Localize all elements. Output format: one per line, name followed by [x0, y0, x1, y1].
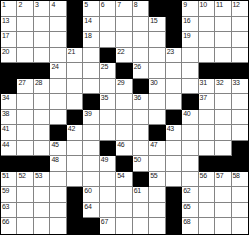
- cell-r4c15[interactable]: [232, 48, 248, 64]
- cell-r1c12[interactable]: 9: [182, 1, 198, 17]
- cell-r2c13[interactable]: [199, 17, 215, 33]
- clue-number: 19: [183, 32, 190, 39]
- cell-r8c6[interactable]: 39: [83, 110, 99, 126]
- cell-r4c6[interactable]: [83, 48, 99, 64]
- cell-r4c11[interactable]: 23: [166, 48, 182, 64]
- cell-r6c13[interactable]: 31: [199, 79, 215, 95]
- clue-number: 64: [84, 203, 91, 210]
- clue-number: 49: [101, 156, 108, 163]
- cell-r9c15[interactable]: [232, 125, 248, 141]
- black-cell-r15c11: [166, 218, 182, 234]
- clue-number: 54: [117, 172, 124, 179]
- cell-r5c4[interactable]: 24: [50, 63, 66, 79]
- cell-r3c10[interactable]: [149, 32, 165, 48]
- black-cell-r6c1: [1, 79, 17, 95]
- cell-r10c5[interactable]: [67, 141, 83, 157]
- clue-number: 18: [84, 32, 91, 39]
- cell-r3c13[interactable]: [199, 32, 215, 48]
- cell-r8c8[interactable]: [116, 110, 132, 126]
- cell-r10c9[interactable]: [133, 141, 149, 157]
- cell-r6c14[interactable]: 32: [215, 79, 231, 95]
- clue-number: 1: [2, 1, 6, 8]
- cell-r10c8[interactable]: 46: [116, 141, 132, 157]
- cell-r2c6[interactable]: 14: [83, 17, 99, 33]
- cell-r9c8[interactable]: [116, 125, 132, 141]
- cell-r4c10[interactable]: [149, 48, 165, 64]
- black-cell-r5c3: [34, 63, 50, 79]
- cell-r4c5[interactable]: 21: [67, 48, 83, 64]
- cell-r13c12[interactable]: 62: [182, 187, 198, 203]
- cell-r8c12[interactable]: 40: [182, 110, 198, 126]
- cell-r2c9[interactable]: [133, 17, 149, 33]
- clue-number: 57: [216, 172, 223, 179]
- cell-r11c11[interactable]: [166, 156, 182, 172]
- cell-r12c10[interactable]: 55: [149, 172, 165, 188]
- black-cell-r15c6: [83, 218, 99, 234]
- cell-r9c6[interactable]: [83, 125, 99, 141]
- cell-r13c10[interactable]: [149, 187, 165, 203]
- cell-r12c6[interactable]: [83, 172, 99, 188]
- cell-r7c13[interactable]: 37: [199, 94, 215, 110]
- clue-number: 3: [35, 1, 39, 8]
- cell-r9c14[interactable]: [215, 125, 231, 141]
- cell-r10c14[interactable]: [215, 141, 231, 157]
- cell-r1c6[interactable]: 5: [83, 1, 99, 17]
- clue-number: 53: [35, 172, 42, 179]
- cell-r9c1[interactable]: 41: [1, 125, 17, 141]
- cell-r4c1[interactable]: 20: [1, 48, 17, 64]
- cell-r6c15[interactable]: 33: [232, 79, 248, 95]
- cell-r2c4[interactable]: [50, 17, 66, 33]
- cell-r7c15[interactable]: [232, 94, 248, 110]
- cell-r3c1[interactable]: 17: [1, 32, 17, 48]
- cell-r4c14[interactable]: [215, 48, 231, 64]
- cell-r7c14[interactable]: [215, 94, 231, 110]
- cell-r3c9[interactable]: [133, 32, 149, 48]
- cell-r13c13[interactable]: [199, 187, 215, 203]
- cell-r4c3[interactable]: [34, 48, 50, 64]
- cell-r4c4[interactable]: [50, 48, 66, 64]
- cell-r3c15[interactable]: [232, 32, 248, 48]
- clue-number: 14: [84, 17, 91, 24]
- clue-number: 68: [183, 218, 190, 225]
- cell-r8c14[interactable]: [215, 110, 231, 126]
- black-cell-r5c15: [232, 63, 248, 79]
- cell-r7c3[interactable]: [34, 94, 50, 110]
- cell-r12c15[interactable]: 58: [232, 172, 248, 188]
- cell-r10c1[interactable]: 44: [1, 141, 17, 157]
- clue-number: 40: [183, 110, 190, 117]
- cell-r13c9[interactable]: 61: [133, 187, 149, 203]
- cell-r13c3[interactable]: [34, 187, 50, 203]
- cell-r3c3[interactable]: [34, 32, 50, 48]
- black-cell-r11c1: [1, 156, 17, 172]
- clue-number: 58: [233, 172, 240, 179]
- cell-r15c12[interactable]: 68: [182, 218, 198, 234]
- cell-r14c3[interactable]: [34, 203, 50, 219]
- black-cell-r8c5: [67, 110, 83, 126]
- cell-r9c7[interactable]: [100, 125, 116, 141]
- clue-number: 13: [2, 17, 9, 24]
- cell-r1c1[interactable]: 1: [1, 1, 17, 17]
- clue-number: 63: [2, 203, 9, 210]
- cell-r3c4[interactable]: [50, 32, 66, 48]
- clue-number: 56: [200, 172, 207, 179]
- clue-number: 61: [134, 187, 141, 194]
- clue-number: 47: [150, 141, 157, 148]
- cell-r11c12[interactable]: [182, 156, 198, 172]
- cell-r1c3[interactable]: 3: [34, 1, 50, 17]
- cell-r3c2[interactable]: [17, 32, 33, 48]
- cell-r15c1[interactable]: 66: [1, 218, 17, 234]
- clue-number: 20: [2, 48, 9, 55]
- cell-r13c8[interactable]: [116, 187, 132, 203]
- clue-number: 60: [84, 187, 91, 194]
- cell-r1c15[interactable]: 12: [232, 1, 248, 17]
- cell-r7c8[interactable]: [116, 94, 132, 110]
- cell-r14c8[interactable]: [116, 203, 132, 219]
- cell-r2c7[interactable]: [100, 17, 116, 33]
- black-cell-r3c5: [67, 32, 83, 48]
- cell-r8c7[interactable]: [100, 110, 116, 126]
- cell-r15c13[interactable]: [199, 218, 215, 234]
- cell-r7c2[interactable]: [17, 94, 33, 110]
- cell-r2c14[interactable]: [215, 17, 231, 33]
- clue-number: 65: [183, 203, 190, 210]
- clue-number: 32: [216, 79, 223, 86]
- clue-number: 48: [51, 156, 58, 163]
- cell-r7c7[interactable]: 35: [100, 94, 116, 110]
- black-cell-r5c1: [1, 63, 17, 79]
- clue-number: 8: [134, 1, 138, 8]
- black-cell-r13c5: [67, 187, 83, 203]
- cell-r7c9[interactable]: 36: [133, 94, 149, 110]
- cell-r5c12[interactable]: [182, 63, 198, 79]
- clue-number: 34: [2, 94, 9, 101]
- clue-number: 38: [2, 110, 9, 117]
- cell-r10c11[interactable]: [166, 141, 182, 157]
- cell-r10c10[interactable]: 47: [149, 141, 165, 157]
- cell-r7c10[interactable]: [149, 94, 165, 110]
- cell-r14c15[interactable]: [232, 203, 248, 219]
- cell-r2c1[interactable]: 13: [1, 17, 17, 33]
- cell-r11c7[interactable]: 49: [100, 156, 116, 172]
- clue-number: 37: [200, 94, 207, 101]
- cell-r5c6[interactable]: [83, 63, 99, 79]
- crossword-grid: 1234567891011121314151617181920212223242…: [0, 0, 249, 235]
- clue-number: 7: [117, 1, 121, 8]
- cell-r8c2[interactable]: [17, 110, 33, 126]
- clue-number: 43: [167, 125, 174, 132]
- black-cell-r6c9: [133, 79, 149, 95]
- black-cell-r14c11: [166, 203, 182, 219]
- black-cell-r8c11: [166, 110, 182, 126]
- clue-number: 2: [18, 1, 22, 8]
- black-cell-r11c2: [17, 156, 33, 172]
- cell-r14c6[interactable]: 64: [83, 203, 99, 219]
- cell-r6c11[interactable]: [166, 79, 182, 95]
- clue-number: 16: [183, 17, 190, 24]
- cell-r8c4[interactable]: [50, 110, 66, 126]
- cell-r12c4[interactable]: [50, 172, 66, 188]
- cell-r4c12[interactable]: [182, 48, 198, 64]
- cell-r12c12[interactable]: [182, 172, 198, 188]
- clue-number: 11: [216, 1, 223, 8]
- black-cell-r15c5: [67, 218, 83, 234]
- cell-r12c5[interactable]: [67, 172, 83, 188]
- cell-r7c1[interactable]: 34: [1, 94, 17, 110]
- cell-r12c1[interactable]: 51: [1, 172, 17, 188]
- cell-r9c5[interactable]: 42: [67, 125, 83, 141]
- cell-r7c11[interactable]: [166, 94, 182, 110]
- black-cell-r3c11: [166, 32, 182, 48]
- cell-r15c9[interactable]: [133, 218, 149, 234]
- black-cell-r1c5: [67, 1, 83, 17]
- cell-r12c8[interactable]: 54: [116, 172, 132, 188]
- cell-r6c3[interactable]: 28: [34, 79, 50, 95]
- clue-number: 23: [167, 48, 174, 55]
- cell-r11c10[interactable]: [149, 156, 165, 172]
- clue-number: 28: [35, 79, 42, 86]
- cell-r10c6[interactable]: [83, 141, 99, 157]
- cell-r3c12[interactable]: 19: [182, 32, 198, 48]
- clue-number: 25: [101, 63, 108, 70]
- cell-r15c2[interactable]: [17, 218, 33, 234]
- cell-r6c8[interactable]: 29: [116, 79, 132, 95]
- cell-r15c10[interactable]: [149, 218, 165, 234]
- black-cell-r10c15: [232, 141, 248, 157]
- cell-r6c2[interactable]: 27: [17, 79, 33, 95]
- cell-r11c4[interactable]: 48: [50, 156, 66, 172]
- cell-r2c15[interactable]: [232, 17, 248, 33]
- clue-number: 52: [18, 172, 25, 179]
- clue-number: 10: [200, 1, 207, 8]
- clue-number: 45: [51, 141, 58, 148]
- cell-r1c2[interactable]: 2: [17, 1, 33, 17]
- cell-r12c13[interactable]: 56: [199, 172, 215, 188]
- clue-number: 51: [2, 172, 9, 179]
- cell-r11c6[interactable]: [83, 156, 99, 172]
- clue-number: 30: [150, 79, 157, 86]
- cell-r13c2[interactable]: [17, 187, 33, 203]
- black-cell-r11c14: [215, 156, 231, 172]
- cell-r1c4[interactable]: 4: [50, 1, 66, 17]
- cell-r2c3[interactable]: [34, 17, 50, 33]
- cell-r12c7[interactable]: [100, 172, 116, 188]
- cell-r10c4[interactable]: 45: [50, 141, 66, 157]
- cell-r8c15[interactable]: [232, 110, 248, 126]
- black-cell-r10c7: [100, 141, 116, 157]
- black-cell-r1c10: [149, 1, 165, 17]
- black-cell-r12c9: [133, 172, 149, 188]
- clue-number: 67: [101, 218, 108, 225]
- clue-number: 41: [2, 125, 9, 132]
- cell-r13c14[interactable]: [215, 187, 231, 203]
- black-cell-r11c15: [232, 156, 248, 172]
- clue-number: 21: [68, 48, 75, 55]
- cell-r3c8[interactable]: [116, 32, 132, 48]
- cell-r13c4[interactable]: [50, 187, 66, 203]
- clue-number: 12: [233, 1, 240, 8]
- cell-r12c3[interactable]: 53: [34, 172, 50, 188]
- black-cell-r11c8: [116, 156, 132, 172]
- clue-number: 24: [51, 63, 58, 70]
- clue-number: 17: [2, 32, 9, 39]
- clue-number: 4: [51, 1, 55, 8]
- clue-number: 22: [117, 48, 124, 55]
- cell-r11c5[interactable]: [67, 156, 83, 172]
- clue-number: 33: [233, 79, 240, 86]
- black-cell-r9c4: [50, 125, 66, 141]
- cell-r13c7[interactable]: [100, 187, 116, 203]
- black-cell-r9c10: [149, 125, 165, 141]
- cell-r1c9[interactable]: 8: [133, 1, 149, 17]
- cell-r2c12[interactable]: 16: [182, 17, 198, 33]
- black-cell-r7c6: [83, 94, 99, 110]
- cell-r3c7[interactable]: [100, 32, 116, 48]
- black-cell-r2c5: [67, 17, 83, 33]
- cell-r2c8[interactable]: [116, 17, 132, 33]
- cell-r9c3[interactable]: [34, 125, 50, 141]
- clue-number: 27: [18, 79, 25, 86]
- cell-r13c1[interactable]: 59: [1, 187, 17, 203]
- black-cell-r5c2: [17, 63, 33, 79]
- cell-r9c9[interactable]: [133, 125, 149, 141]
- cell-r14c14[interactable]: [215, 203, 231, 219]
- cell-r1c14[interactable]: 11: [215, 1, 231, 17]
- cell-r6c12[interactable]: [182, 79, 198, 95]
- cell-r8c3[interactable]: [34, 110, 50, 126]
- clue-number: 42: [68, 125, 75, 132]
- cell-r8c13[interactable]: [199, 110, 215, 126]
- cell-r6c5[interactable]: [67, 79, 83, 95]
- black-cell-r11c13: [199, 156, 215, 172]
- cell-r15c7[interactable]: 67: [100, 218, 116, 234]
- clue-number: 50: [134, 156, 141, 163]
- black-cell-r5c14: [215, 63, 231, 79]
- cell-r8c1[interactable]: 38: [1, 110, 17, 126]
- cell-r15c3[interactable]: [34, 218, 50, 234]
- cell-r1c8[interactable]: 7: [116, 1, 132, 17]
- cell-r7c4[interactable]: [50, 94, 66, 110]
- cell-r9c13[interactable]: [199, 125, 215, 141]
- cell-r14c4[interactable]: [50, 203, 66, 219]
- cell-r14c13[interactable]: [199, 203, 215, 219]
- cell-r6c7[interactable]: [100, 79, 116, 95]
- black-cell-r5c13: [199, 63, 215, 79]
- cell-r10c3[interactable]: [34, 141, 50, 157]
- cell-r6c4[interactable]: [50, 79, 66, 95]
- cell-r9c2[interactable]: [17, 125, 33, 141]
- cell-r4c13[interactable]: [199, 48, 215, 64]
- clue-number: 9: [183, 1, 187, 8]
- cell-r8c10[interactable]: [149, 110, 165, 126]
- cell-r2c10[interactable]: 15: [149, 17, 165, 33]
- cell-r5c11[interactable]: [166, 63, 182, 79]
- cell-r12c2[interactable]: 52: [17, 172, 33, 188]
- cell-r11c9[interactable]: 50: [133, 156, 149, 172]
- cell-r14c1[interactable]: 63: [1, 203, 17, 219]
- black-cell-r14c5: [67, 203, 83, 219]
- black-cell-r2c11: [166, 17, 182, 33]
- clue-number: 59: [2, 187, 9, 194]
- cell-r6c10[interactable]: 30: [149, 79, 165, 95]
- cell-r9c12[interactable]: [182, 125, 198, 141]
- clue-number: 66: [2, 218, 9, 225]
- clue-number: 55: [150, 172, 157, 179]
- black-cell-r11c3: [34, 156, 50, 172]
- cell-r1c7[interactable]: 6: [100, 1, 116, 17]
- clue-number: 35: [101, 94, 108, 101]
- cell-r14c2[interactable]: [17, 203, 33, 219]
- cell-r9c11[interactable]: 43: [166, 125, 182, 141]
- cell-r15c8[interactable]: [116, 218, 132, 234]
- clue-number: 5: [84, 1, 88, 8]
- cell-r14c7[interactable]: [100, 203, 116, 219]
- clue-number: 6: [101, 1, 105, 8]
- black-cell-r1c11: [166, 1, 182, 17]
- cell-r15c4[interactable]: [50, 218, 66, 234]
- cell-r4c8[interactable]: 22: [116, 48, 132, 64]
- cell-r3c14[interactable]: [215, 32, 231, 48]
- cell-r12c14[interactable]: 57: [215, 172, 231, 188]
- black-cell-r4c7: [100, 48, 116, 64]
- cell-r15c14[interactable]: [215, 218, 231, 234]
- clue-number: 15: [150, 17, 157, 24]
- cell-r10c2[interactable]: [17, 141, 33, 157]
- cell-r4c2[interactable]: [17, 48, 33, 64]
- clue-number: 26: [134, 63, 141, 70]
- cell-r12c11[interactable]: [166, 172, 182, 188]
- cell-r15c15[interactable]: [232, 218, 248, 234]
- cell-r8c9[interactable]: [133, 110, 149, 126]
- clue-number: 44: [2, 141, 9, 148]
- cell-r13c6[interactable]: 60: [83, 187, 99, 203]
- cell-r1c13[interactable]: 10: [199, 1, 215, 17]
- cell-r6c6[interactable]: [83, 79, 99, 95]
- cell-r5c10[interactable]: [149, 63, 165, 79]
- black-cell-r13c11: [166, 187, 182, 203]
- cell-r14c12[interactable]: 65: [182, 203, 198, 219]
- clue-number: 46: [117, 141, 124, 148]
- cell-r5c9[interactable]: 26: [133, 63, 149, 79]
- cell-r2c2[interactable]: [17, 17, 33, 33]
- cell-r10c13[interactable]: [199, 141, 215, 157]
- cell-r13c15[interactable]: [232, 187, 248, 203]
- cell-r14c10[interactable]: [149, 203, 165, 219]
- cell-r5c5[interactable]: [67, 63, 83, 79]
- cell-r14c9[interactable]: [133, 203, 149, 219]
- clue-number: 36: [134, 94, 141, 101]
- clue-number: 31: [200, 79, 207, 86]
- clue-number: 29: [117, 79, 124, 86]
- cell-r3c6[interactable]: 18: [83, 32, 99, 48]
- cell-r5c7[interactable]: 25: [100, 63, 116, 79]
- black-cell-r7c12: [182, 94, 198, 110]
- cell-r7c5[interactable]: [67, 94, 83, 110]
- clue-number: 39: [84, 110, 91, 117]
- cell-r4c9[interactable]: [133, 48, 149, 64]
- clue-number: 62: [183, 187, 190, 194]
- cell-r10c12[interactable]: [182, 141, 198, 157]
- black-cell-r5c8: [116, 63, 132, 79]
